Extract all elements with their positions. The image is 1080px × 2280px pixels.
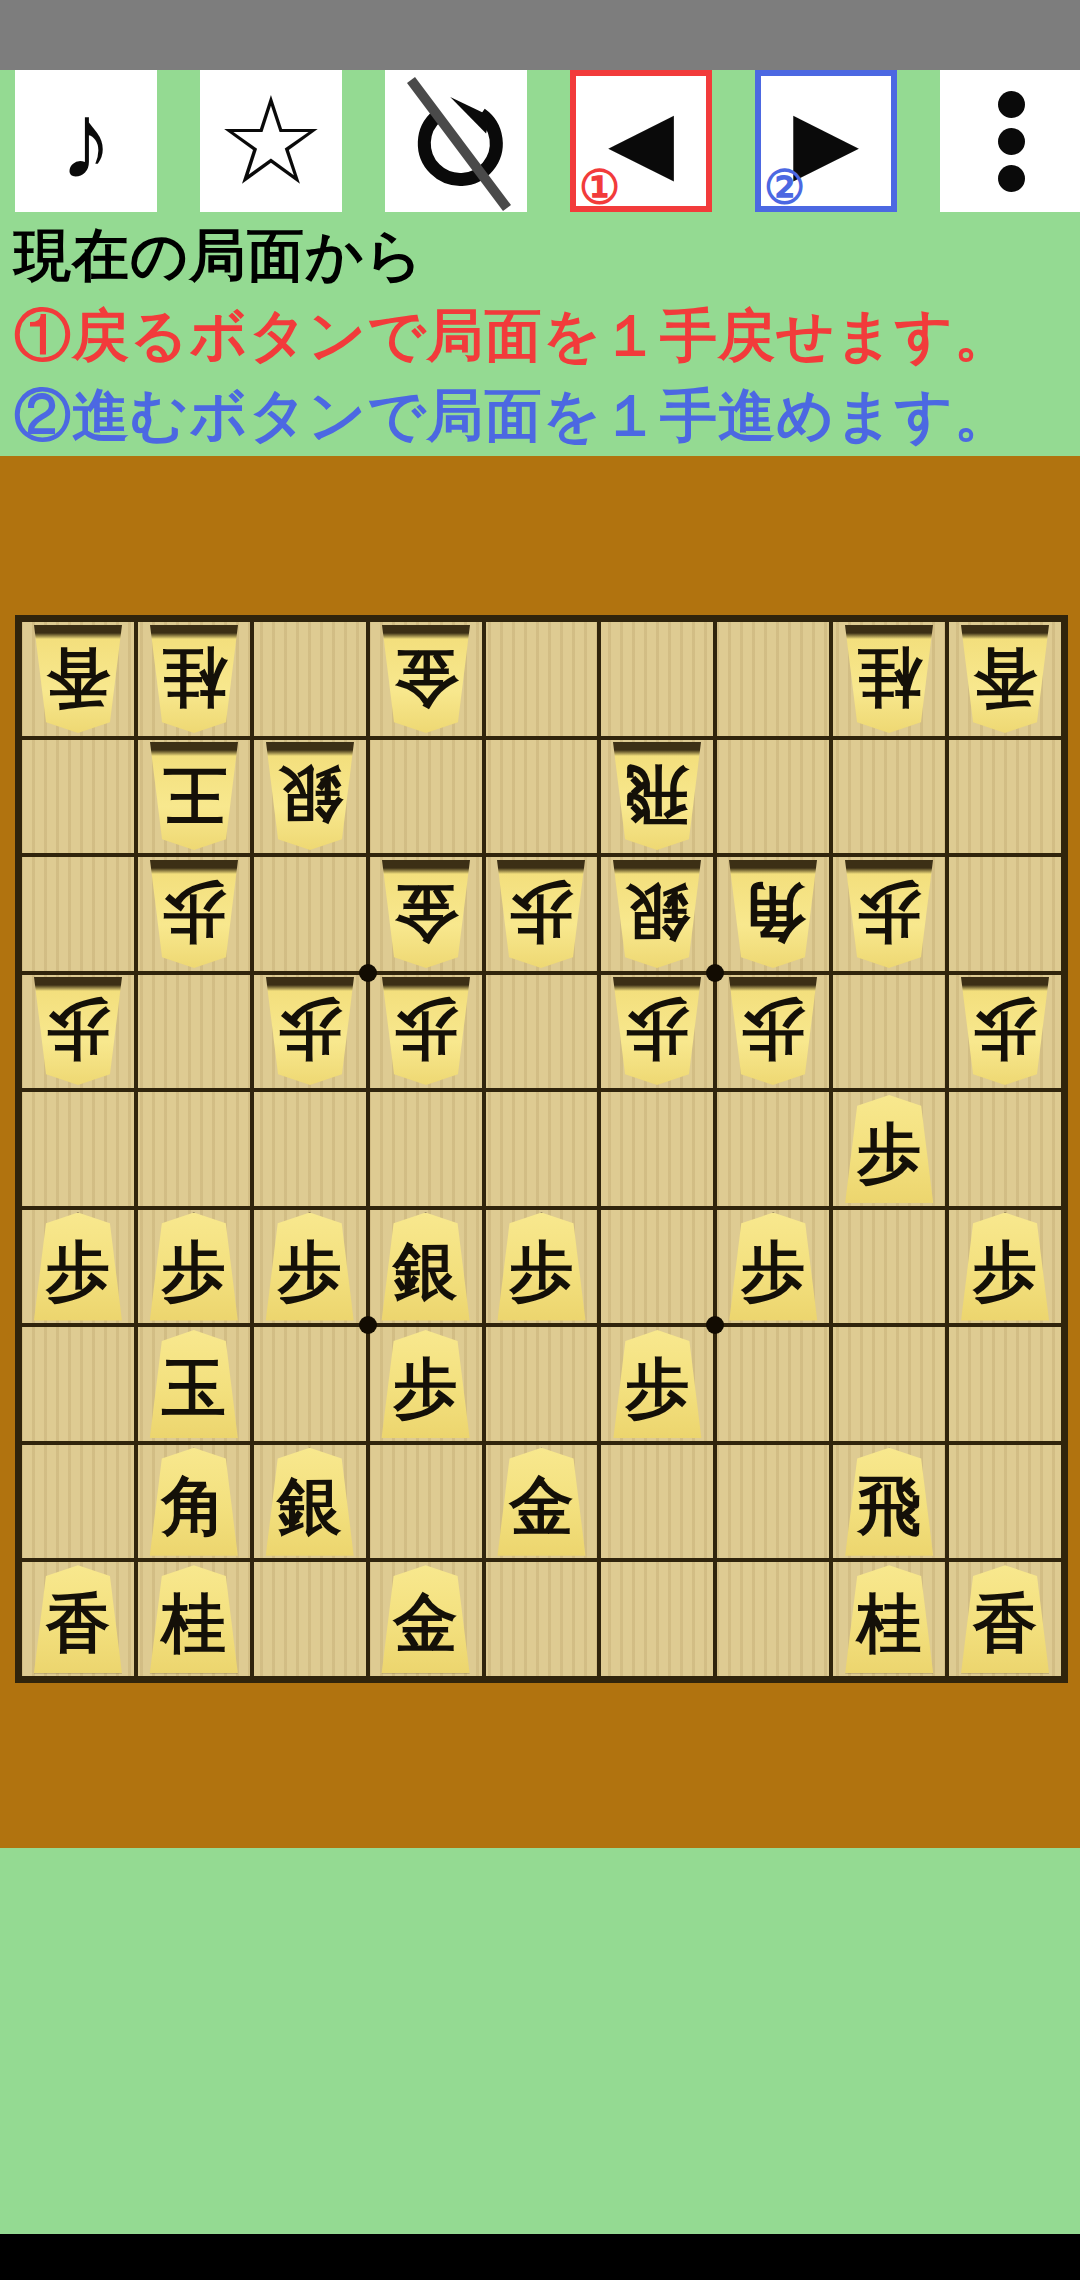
piece-kanji: 歩: [162, 1239, 226, 1303]
instruction-line-1: 現在の局面から: [14, 215, 1080, 295]
hoshi-dot: [359, 964, 377, 982]
board-cell-2h[interactable]: 飛: [831, 1443, 947, 1561]
board-cell-8f[interactable]: 歩: [136, 1208, 252, 1326]
piece-sente-p[interactable]: 歩: [260, 1213, 360, 1321]
board-cell-4f[interactable]: [599, 1208, 715, 1326]
toolbar: ♪ ☆ ◀ ① ▶ ②: [0, 70, 1080, 215]
piece-kanji: 玉: [162, 1356, 226, 1420]
piece-kanji: 銀: [625, 881, 689, 945]
board-cell-3g[interactable]: [715, 1325, 831, 1443]
board-cell-2i[interactable]: 桂: [831, 1560, 947, 1678]
board-cell-6d[interactable]: 歩: [368, 973, 484, 1091]
board-cell-6i[interactable]: 金: [368, 1560, 484, 1678]
music-button[interactable]: ♪: [15, 70, 157, 212]
piece-kanji: 銀: [278, 763, 342, 827]
piece-kanji: 香: [46, 646, 110, 710]
board-cell-5g[interactable]: [484, 1325, 600, 1443]
piece-gote-n[interactable]: 桂: [144, 625, 244, 733]
piece-sente-p[interactable]: 歩: [491, 1213, 591, 1321]
piece-kanji: 歩: [741, 1239, 805, 1303]
board-cell-1i[interactable]: 香: [947, 1560, 1063, 1678]
piece-sente-g[interactable]: 金: [491, 1448, 591, 1556]
board-cell-9b[interactable]: [20, 738, 136, 856]
piece-kanji: 歩: [973, 998, 1037, 1062]
music-note-icon: ♪: [59, 70, 113, 212]
board-cell-2f[interactable]: [831, 1208, 947, 1326]
piece-kanji: 歩: [509, 1239, 573, 1303]
piece-kanji: 歩: [46, 1239, 110, 1303]
piece-kanji: 銀: [278, 1474, 342, 1538]
board-cell-2e[interactable]: 歩: [831, 1090, 947, 1208]
piece-gote-p[interactable]: 歩: [28, 977, 128, 1085]
board-cell-1g[interactable]: [947, 1325, 1063, 1443]
piece-gote-l[interactable]: 香: [28, 625, 128, 733]
shogi-board: 香桂金桂香王銀飛歩金歩銀角歩歩歩歩歩歩歩歩歩歩歩銀歩歩歩玉歩歩角銀金飛香桂金桂香: [15, 615, 1068, 1683]
piece-sente-p[interactable]: 歩: [607, 1330, 707, 1438]
rotate-disabled-icon: [385, 70, 527, 212]
board-cell-7c[interactable]: [252, 855, 368, 973]
piece-kanji: 銀: [394, 1239, 458, 1303]
piece-gote-p[interactable]: 歩: [839, 860, 939, 968]
board-cell-6c[interactable]: 金: [368, 855, 484, 973]
piece-gote-p[interactable]: 歩: [376, 977, 476, 1085]
board-cell-6g[interactable]: 歩: [368, 1325, 484, 1443]
board-cell-3h[interactable]: [715, 1443, 831, 1561]
piece-kanji: 香: [46, 1591, 110, 1655]
piece-gote-p[interactable]: 歩: [260, 977, 360, 1085]
board-cell-5a[interactable]: [484, 620, 600, 738]
board-cell-6f[interactable]: 銀: [368, 1208, 484, 1326]
board-cell-5i[interactable]: [484, 1560, 600, 1678]
piece-sente-r[interactable]: 飛: [839, 1448, 939, 1556]
piece-gote-s[interactable]: 銀: [260, 742, 360, 850]
board-cell-4a[interactable]: [599, 620, 715, 738]
step-back-button[interactable]: ◀ ①: [570, 70, 712, 212]
board-cell-4i[interactable]: [599, 1560, 715, 1678]
board-cell-9d[interactable]: 歩: [20, 973, 136, 1091]
board-cell-8c[interactable]: 歩: [136, 855, 252, 973]
piece-sente-p[interactable]: 歩: [955, 1213, 1055, 1321]
piece-sente-p[interactable]: 歩: [839, 1095, 939, 1203]
board-cell-8b[interactable]: 王: [136, 738, 252, 856]
board-cell-5f[interactable]: 歩: [484, 1208, 600, 1326]
board-cell-1a[interactable]: 香: [947, 620, 1063, 738]
rotate-button[interactable]: [385, 70, 527, 212]
board-cell-1f[interactable]: 歩: [947, 1208, 1063, 1326]
piece-kanji: 歩: [394, 1356, 458, 1420]
board-cell-2d[interactable]: [831, 973, 947, 1091]
piece-kanji: 歩: [741, 998, 805, 1062]
piece-gote-p[interactable]: 歩: [491, 860, 591, 968]
piece-sente-l[interactable]: 香: [955, 1565, 1055, 1673]
board-cell-2a[interactable]: 桂: [831, 620, 947, 738]
piece-kanji: 歩: [394, 998, 458, 1062]
piece-gote-r[interactable]: 飛: [607, 742, 707, 850]
board-cell-8d[interactable]: [136, 973, 252, 1091]
piece-sente-p[interactable]: 歩: [144, 1213, 244, 1321]
board-cell-4b[interactable]: 飛: [599, 738, 715, 856]
instructions: 現在の局面から ①戻るボタンで局面を１手戻せます。 ②進むボタンで局面を１手進め…: [0, 215, 1080, 456]
board-cell-1c[interactable]: [947, 855, 1063, 973]
board-cell-3a[interactable]: [715, 620, 831, 738]
piece-sente-s[interactable]: 銀: [376, 1213, 476, 1321]
piece-kanji: 角: [162, 1474, 226, 1538]
board-cell-3c[interactable]: 角: [715, 855, 831, 973]
piece-gote-p[interactable]: 歩: [723, 977, 823, 1085]
piece-gote-n[interactable]: 桂: [839, 625, 939, 733]
board-cell-3i[interactable]: [715, 1560, 831, 1678]
piece-kanji: 歩: [625, 998, 689, 1062]
board-cell-7a[interactable]: [252, 620, 368, 738]
menu-button[interactable]: [940, 70, 1080, 212]
board-cell-3b[interactable]: [715, 738, 831, 856]
piece-kanji: 歩: [509, 881, 573, 945]
board-cell-7h[interactable]: 銀: [252, 1443, 368, 1561]
piece-kanji: 飛: [857, 1474, 921, 1538]
piece-kanji: 飛: [625, 763, 689, 827]
piece-sente-g[interactable]: 金: [376, 1565, 476, 1673]
board-cell-9h[interactable]: [20, 1443, 136, 1561]
piece-sente-p[interactable]: 歩: [28, 1213, 128, 1321]
piece-kanji: 桂: [162, 646, 226, 710]
board-cell-1d[interactable]: 歩: [947, 973, 1063, 1091]
piece-gote-l[interactable]: 香: [955, 625, 1055, 733]
board-cell-2g[interactable]: [831, 1325, 947, 1443]
piece-sente-s[interactable]: 銀: [260, 1448, 360, 1556]
piece-kanji: 歩: [46, 998, 110, 1062]
board-cell-2b[interactable]: [831, 738, 947, 856]
piece-kanji: 香: [973, 646, 1037, 710]
board-cell-6e[interactable]: [368, 1090, 484, 1208]
board-cell-4e[interactable]: [599, 1090, 715, 1208]
piece-gote-k[interactable]: 王: [144, 742, 244, 850]
piece-kanji: 金: [394, 646, 458, 710]
board-cell-7i[interactable]: [252, 1560, 368, 1678]
board-cell-3d[interactable]: 歩: [715, 973, 831, 1091]
piece-kanji: 香: [973, 1591, 1037, 1655]
favorite-button[interactable]: ☆: [200, 70, 342, 212]
board-cell-6b[interactable]: [368, 738, 484, 856]
board-cell-5c[interactable]: 歩: [484, 855, 600, 973]
piece-kanji: 桂: [857, 1591, 921, 1655]
board-cell-7b[interactable]: 銀: [252, 738, 368, 856]
app-screen: ♪ ☆ ◀ ① ▶ ② 現在の局面から ①戻るボタンで局面を１手戻せます。 ②進…: [0, 0, 1080, 2280]
board-cell-4d[interactable]: 歩: [599, 973, 715, 1091]
hoshi-dot: [359, 1316, 377, 1334]
board-cell-2c[interactable]: 歩: [831, 855, 947, 973]
piece-kanji: 歩: [973, 1239, 1037, 1303]
board-cell-8h[interactable]: 角: [136, 1443, 252, 1561]
board-cell-4g[interactable]: 歩: [599, 1325, 715, 1443]
instruction-line-3: ②進むボタンで局面を１手進めます。: [14, 375, 1080, 455]
board-cell-8a[interactable]: 桂: [136, 620, 252, 738]
piece-gote-p[interactable]: 歩: [144, 860, 244, 968]
piece-gote-p[interactable]: 歩: [955, 977, 1055, 1085]
bottom-black-bar: [0, 2234, 1080, 2280]
board-cell-5b[interactable]: [484, 738, 600, 856]
piece-sente-l[interactable]: 香: [28, 1565, 128, 1673]
piece-kanji: 桂: [162, 1591, 226, 1655]
step-forward-button[interactable]: ▶ ②: [755, 70, 897, 212]
table-surface: 香桂金桂香王銀飛歩金歩銀角歩歩歩歩歩歩歩歩歩歩歩銀歩歩歩玉歩歩角銀金飛香桂金桂香: [0, 456, 1080, 1848]
board-cell-9c[interactable]: [20, 855, 136, 973]
lower-panel: [0, 1848, 1080, 2234]
piece-gote-p[interactable]: 歩: [607, 977, 707, 1085]
board-cell-6h[interactable]: [368, 1443, 484, 1561]
hoshi-dot: [706, 964, 724, 982]
piece-kanji: 歩: [857, 881, 921, 945]
step-back-badge: ①: [579, 164, 620, 210]
board-cell-3f[interactable]: 歩: [715, 1208, 831, 1326]
board-cell-8i[interactable]: 桂: [136, 1560, 252, 1678]
piece-sente-b[interactable]: 角: [144, 1448, 244, 1556]
board-cell-9i[interactable]: 香: [20, 1560, 136, 1678]
board-cell-7e[interactable]: [252, 1090, 368, 1208]
piece-kanji: 金: [394, 881, 458, 945]
piece-kanji: 歩: [278, 1239, 342, 1303]
board-cell-1h[interactable]: [947, 1443, 1063, 1561]
piece-sente-p[interactable]: 歩: [376, 1330, 476, 1438]
overflow-menu-icon: [998, 81, 1025, 202]
piece-kanji: 歩: [625, 1356, 689, 1420]
piece-gote-g[interactable]: 金: [376, 625, 476, 733]
board-cell-5d[interactable]: [484, 973, 600, 1091]
board-cell-4c[interactable]: 銀: [599, 855, 715, 973]
board-cell-5e[interactable]: [484, 1090, 600, 1208]
piece-sente-n[interactable]: 桂: [144, 1565, 244, 1673]
board-cell-7g[interactable]: [252, 1325, 368, 1443]
piece-kanji: 桂: [857, 646, 921, 710]
piece-sente-p[interactable]: 歩: [723, 1213, 823, 1321]
board-cell-9g[interactable]: [20, 1325, 136, 1443]
piece-gote-s[interactable]: 銀: [607, 860, 707, 968]
star-icon: ☆: [216, 70, 325, 212]
step-forward-badge: ②: [764, 164, 805, 210]
board-cell-6a[interactable]: 金: [368, 620, 484, 738]
piece-kanji: 歩: [857, 1121, 921, 1185]
piece-gote-b[interactable]: 角: [723, 860, 823, 968]
piece-kanji: 金: [394, 1591, 458, 1655]
board-cell-5h[interactable]: 金: [484, 1443, 600, 1561]
board-cell-8g[interactable]: 玉: [136, 1325, 252, 1443]
piece-kanji: 歩: [278, 998, 342, 1062]
board-cell-1b[interactable]: [947, 738, 1063, 856]
piece-gote-g[interactable]: 金: [376, 860, 476, 968]
piece-sente-n[interactable]: 桂: [839, 1565, 939, 1673]
board-cell-9a[interactable]: 香: [20, 620, 136, 738]
instruction-line-2: ①戻るボタンで局面を１手戻せます。: [14, 295, 1080, 375]
piece-sente-k[interactable]: 玉: [144, 1330, 244, 1438]
board-cell-4h[interactable]: [599, 1443, 715, 1561]
hoshi-dot: [706, 1316, 724, 1334]
board-cell-9f[interactable]: 歩: [20, 1208, 136, 1326]
board-cell-9e[interactable]: [20, 1090, 136, 1208]
board-cell-3e[interactable]: [715, 1090, 831, 1208]
board-cell-8e[interactable]: [136, 1090, 252, 1208]
piece-kanji: 歩: [162, 881, 226, 945]
piece-kanji: 角: [741, 881, 805, 945]
status-bar: [0, 0, 1080, 70]
board-cell-7f[interactable]: 歩: [252, 1208, 368, 1326]
piece-kanji: 金: [509, 1474, 573, 1538]
board-cell-7d[interactable]: 歩: [252, 973, 368, 1091]
board-cell-1e[interactable]: [947, 1090, 1063, 1208]
piece-kanji: 王: [162, 763, 226, 827]
